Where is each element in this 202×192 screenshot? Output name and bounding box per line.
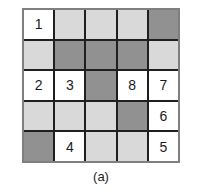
- cell-r2c3-shaded: [86, 41, 115, 70]
- cell-r3c1-number-2: 2: [24, 71, 53, 100]
- cell-r1c1-number-1: 1: [24, 10, 53, 39]
- puzzle-figure: 12387645 (a): [0, 0, 202, 192]
- cell-r2c1-empty: [24, 41, 53, 70]
- cell-r5c4-empty: [118, 132, 147, 161]
- puzzle-board: 12387645: [22, 8, 180, 163]
- cell-r3c5-number-7: 7: [149, 71, 178, 100]
- cell-r3c4-number-8: 8: [118, 71, 147, 100]
- cell-r5c2-number-4: 4: [55, 132, 84, 161]
- cell-r1c3-empty: [86, 10, 115, 39]
- cell-r4c5-number-6: 6: [149, 102, 178, 131]
- cell-r5c1-shaded: [24, 132, 53, 161]
- cell-r3c3-shaded: [86, 71, 115, 100]
- cell-r4c4-shaded: [118, 102, 147, 131]
- cell-r1c4-empty: [118, 10, 147, 39]
- cell-r4c2-empty: [55, 102, 84, 131]
- cell-r2c5-empty: [149, 41, 178, 70]
- cell-r5c5-number-5: 5: [149, 132, 178, 161]
- cell-r4c3-empty: [86, 102, 115, 131]
- cell-r1c5-shaded: [149, 10, 178, 39]
- cell-r3c2-number-3: 3: [55, 71, 84, 100]
- cell-r2c2-shaded: [55, 41, 84, 70]
- cell-r5c3-empty: [86, 132, 115, 161]
- cell-r1c2-empty: [55, 10, 84, 39]
- cell-r2c4-shaded: [118, 41, 147, 70]
- cell-r4c1-empty: [24, 102, 53, 131]
- figure-caption: (a): [0, 169, 202, 184]
